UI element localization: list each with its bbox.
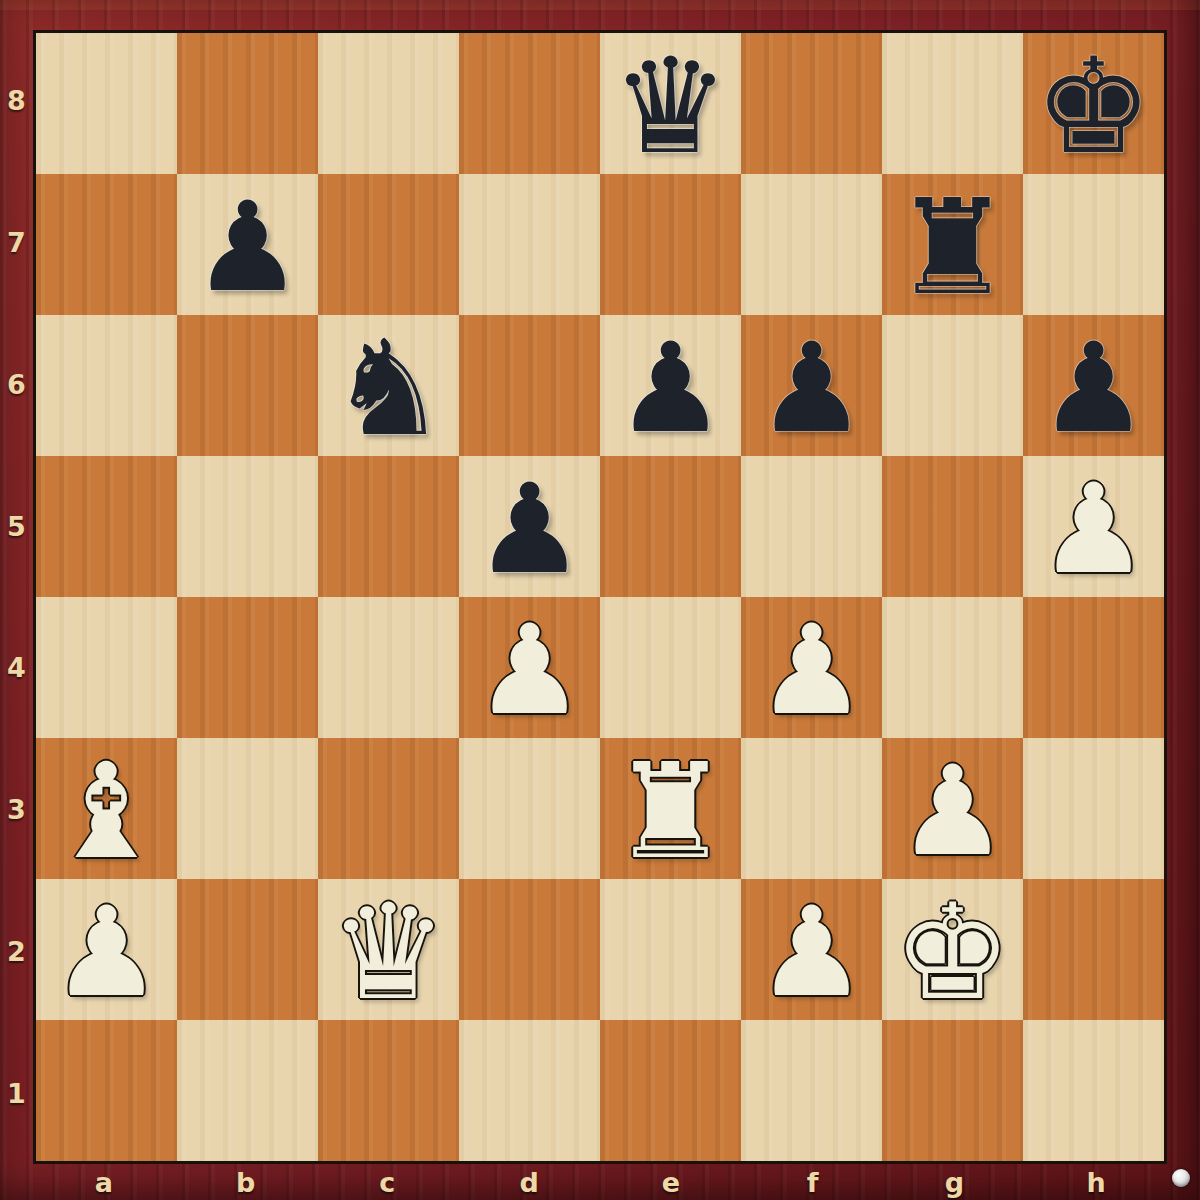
- square-b6: [177, 315, 318, 456]
- piece-black-queen: ♛: [611, 37, 729, 175]
- piece-white-queen: ♛: [329, 883, 447, 1021]
- rank-label-5: 5: [0, 455, 33, 597]
- square-c5: [318, 456, 459, 597]
- square-e8: ♛: [600, 33, 741, 174]
- piece-black-rook: ♜: [893, 178, 1011, 316]
- square-e7: [600, 174, 741, 315]
- chess-board: ♛♚♟♜♞♟♟♟♟♟♟♟♝♜♟♟♛♟♚: [33, 30, 1167, 1164]
- file-label-d: d: [458, 1164, 600, 1200]
- square-c1: [318, 1020, 459, 1161]
- square-b4: [177, 597, 318, 738]
- square-a4: [36, 597, 177, 738]
- square-c3: [318, 738, 459, 879]
- piece-white-pawn: ♟: [897, 742, 1008, 880]
- square-b7: ♟: [177, 174, 318, 315]
- piece-white-rook: ♜: [611, 742, 729, 880]
- white-to-move-indicator: [1172, 1169, 1190, 1187]
- square-a8: [36, 33, 177, 174]
- square-g7: ♜: [882, 174, 1023, 315]
- square-d8: [459, 33, 600, 174]
- square-f6: ♟: [741, 315, 882, 456]
- square-d1: [459, 1020, 600, 1161]
- piece-black-pawn: ♟: [192, 178, 303, 316]
- rank-label-6: 6: [0, 314, 33, 456]
- file-label-b: b: [175, 1164, 317, 1200]
- piece-white-king: ♚: [893, 883, 1011, 1021]
- square-d2: [459, 879, 600, 1020]
- square-c2: ♛: [318, 879, 459, 1020]
- piece-white-pawn: ♟: [51, 883, 162, 1021]
- square-c6: ♞: [318, 315, 459, 456]
- square-g1: [882, 1020, 1023, 1161]
- square-f8: [741, 33, 882, 174]
- file-label-c: c: [317, 1164, 459, 1200]
- square-c8: [318, 33, 459, 174]
- file-labels: abcdefgh: [33, 1164, 1167, 1200]
- square-h4: [1023, 597, 1164, 738]
- square-a2: ♟: [36, 879, 177, 1020]
- rank-label-7: 7: [0, 172, 33, 314]
- square-b3: [177, 738, 318, 879]
- file-label-f: f: [742, 1164, 884, 1200]
- file-label-a: a: [33, 1164, 175, 1200]
- square-d3: [459, 738, 600, 879]
- rank-labels: 87654321: [0, 30, 33, 1164]
- piece-black-pawn: ♟: [1038, 319, 1149, 457]
- square-f5: [741, 456, 882, 597]
- piece-white-pawn: ♟: [1038, 460, 1149, 598]
- square-h3: [1023, 738, 1164, 879]
- square-h7: [1023, 174, 1164, 315]
- rank-label-2: 2: [0, 881, 33, 1023]
- rank-label-3: 3: [0, 739, 33, 881]
- file-label-g: g: [884, 1164, 1026, 1200]
- square-b5: [177, 456, 318, 597]
- square-f7: [741, 174, 882, 315]
- square-g6: [882, 315, 1023, 456]
- square-c4: [318, 597, 459, 738]
- chess-board-frame: 87654321 abcdefgh ♛♚♟♜♞♟♟♟♟♟♟♟♝♜♟♟♛♟♚: [0, 0, 1200, 1200]
- square-a7: [36, 174, 177, 315]
- square-g2: ♚: [882, 879, 1023, 1020]
- square-h5: ♟: [1023, 456, 1164, 597]
- square-b2: [177, 879, 318, 1020]
- rank-label-1: 1: [0, 1022, 33, 1164]
- square-e1: [600, 1020, 741, 1161]
- square-b1: [177, 1020, 318, 1161]
- rank-label-8: 8: [0, 30, 33, 172]
- piece-black-king: ♚: [1034, 37, 1152, 175]
- piece-white-bishop: ♝: [47, 742, 165, 880]
- piece-white-pawn: ♟: [756, 883, 867, 1021]
- square-e4: [600, 597, 741, 738]
- square-h2: [1023, 879, 1164, 1020]
- piece-black-knight: ♞: [329, 319, 447, 457]
- rank-label-4: 4: [0, 597, 33, 739]
- square-g5: [882, 456, 1023, 597]
- square-e6: ♟: [600, 315, 741, 456]
- square-f4: ♟: [741, 597, 882, 738]
- square-e2: [600, 879, 741, 1020]
- piece-white-pawn: ♟: [756, 601, 867, 739]
- square-h1: [1023, 1020, 1164, 1161]
- piece-black-pawn: ♟: [474, 460, 585, 598]
- square-d6: [459, 315, 600, 456]
- square-e5: [600, 456, 741, 597]
- square-g8: [882, 33, 1023, 174]
- square-d4: ♟: [459, 597, 600, 738]
- square-f2: ♟: [741, 879, 882, 1020]
- square-g4: [882, 597, 1023, 738]
- square-d5: ♟: [459, 456, 600, 597]
- square-d7: [459, 174, 600, 315]
- square-f1: [741, 1020, 882, 1161]
- file-label-h: h: [1025, 1164, 1167, 1200]
- square-a3: ♝: [36, 738, 177, 879]
- piece-black-pawn: ♟: [756, 319, 867, 457]
- square-a5: [36, 456, 177, 597]
- piece-black-pawn: ♟: [615, 319, 726, 457]
- square-g3: ♟: [882, 738, 1023, 879]
- square-c7: [318, 174, 459, 315]
- square-a6: [36, 315, 177, 456]
- square-e3: ♜: [600, 738, 741, 879]
- square-f3: [741, 738, 882, 879]
- file-label-e: e: [600, 1164, 742, 1200]
- piece-white-pawn: ♟: [474, 601, 585, 739]
- square-h8: ♚: [1023, 33, 1164, 174]
- square-a1: [36, 1020, 177, 1161]
- square-h6: ♟: [1023, 315, 1164, 456]
- square-b8: [177, 33, 318, 174]
